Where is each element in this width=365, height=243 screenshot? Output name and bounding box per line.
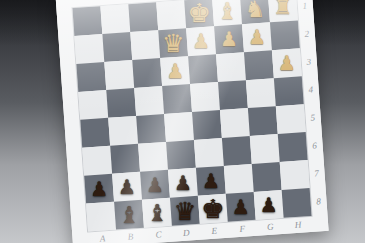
square-d8: ♛ [170, 196, 200, 226]
square-h5 [276, 104, 306, 134]
square-h8 [282, 188, 312, 218]
piece-dark-queen: ♛ [171, 197, 199, 225]
photo-stage: ♚♝♞♜♛♟♟♟♟♟♟♟♟♟♟♝♝♛♚♟♟ ABCDEFGH 12345678 [0, 0, 365, 243]
square-h4 [274, 76, 304, 106]
square-c6 [138, 142, 168, 172]
square-g3 [244, 50, 274, 80]
file-label-e: E [200, 224, 229, 238]
square-d4 [162, 84, 192, 114]
square-f5 [220, 108, 250, 138]
square-e4 [190, 82, 220, 112]
square-e5 [192, 110, 222, 140]
piece-light-pawn: ♟ [187, 27, 215, 55]
square-b5 [108, 116, 138, 146]
square-e1: ♚ [184, 0, 214, 28]
square-c4 [134, 86, 164, 116]
square-h6 [278, 132, 308, 162]
square-b3 [104, 60, 134, 90]
file-label-h: H [284, 218, 313, 232]
square-g5 [248, 106, 278, 136]
square-a4 [78, 90, 108, 120]
piece-light-pawn: ♟ [243, 23, 271, 51]
piece-light-king: ♚ [185, 0, 213, 27]
piece-dark-bishop: ♝ [115, 201, 143, 229]
file-label-b: B [116, 230, 145, 243]
square-f4 [218, 80, 248, 110]
chess-board: ♚♝♞♜♛♟♟♟♟♟♟♟♟♟♟♝♝♛♚♟♟ ABCDEFGH 12345678 [55, 0, 328, 243]
file-label-f: F [228, 222, 257, 236]
piece-light-pawn: ♟ [161, 57, 189, 85]
square-f2: ♟ [214, 24, 244, 54]
square-h7 [280, 160, 310, 190]
square-a2 [74, 34, 104, 64]
piece-light-rook: ♜ [269, 0, 297, 21]
square-a7: ♟ [84, 174, 114, 204]
square-f7 [224, 164, 254, 194]
piece-dark-pawn: ♟ [169, 169, 197, 197]
piece-light-pawn: ♟ [215, 25, 243, 53]
square-b4 [106, 88, 136, 118]
square-b7: ♟ [112, 172, 142, 202]
square-d1 [156, 0, 186, 30]
square-e6 [194, 138, 224, 168]
square-h2 [270, 20, 300, 50]
square-e3 [188, 54, 218, 84]
square-f6 [222, 136, 252, 166]
square-a1 [72, 6, 102, 36]
square-f1: ♝ [212, 0, 242, 26]
square-c1 [128, 2, 158, 32]
square-e8: ♚ [198, 194, 228, 224]
rank-label-2: 2 [300, 19, 314, 48]
rank-label-6: 6 [308, 131, 322, 160]
square-c5 [136, 114, 166, 144]
square-c3 [132, 58, 162, 88]
square-g7 [252, 162, 282, 192]
square-a3 [76, 62, 106, 92]
square-h3: ♟ [272, 48, 302, 78]
square-c8: ♝ [142, 198, 172, 228]
square-c7: ♟ [140, 170, 170, 200]
rank-label-1: 1 [298, 0, 312, 20]
piece-dark-king: ♚ [199, 195, 227, 223]
square-a5 [80, 118, 110, 148]
square-g2: ♟ [242, 22, 272, 52]
rank-label-5: 5 [306, 103, 320, 132]
piece-dark-bishop: ♝ [143, 199, 171, 227]
piece-light-knight: ♞ [241, 0, 269, 23]
square-b6 [110, 144, 140, 174]
rank-label-3: 3 [302, 47, 316, 76]
square-g1: ♞ [240, 0, 270, 24]
square-e2: ♟ [186, 26, 216, 56]
square-d3: ♟ [160, 56, 190, 86]
square-g8: ♟ [254, 190, 284, 220]
square-d2: ♛ [158, 28, 188, 58]
piece-dark-pawn: ♟ [141, 171, 169, 199]
piece-dark-pawn: ♟ [113, 173, 141, 201]
square-g6 [250, 134, 280, 164]
piece-dark-pawn: ♟ [227, 193, 255, 221]
piece-light-bishop: ♝ [213, 0, 241, 25]
square-h1: ♜ [268, 0, 298, 22]
piece-dark-pawn: ♟ [197, 167, 225, 195]
file-label-a: A [88, 232, 117, 243]
piece-light-queen: ♛ [159, 29, 187, 57]
square-g4 [246, 78, 276, 108]
file-label-g: G [256, 220, 285, 234]
file-label-c: C [144, 228, 173, 242]
rank-label-7: 7 [310, 159, 324, 188]
square-e7: ♟ [196, 166, 226, 196]
piece-light-pawn: ♟ [273, 49, 301, 77]
square-d5 [164, 112, 194, 142]
square-f3 [216, 52, 246, 82]
file-label-d: D [172, 226, 201, 240]
square-c2 [130, 30, 160, 60]
square-b8: ♝ [114, 200, 144, 230]
board-grid: ♚♝♞♜♛♟♟♟♟♟♟♟♟♟♟♝♝♛♚♟♟ [72, 0, 311, 232]
piece-dark-pawn: ♟ [85, 175, 113, 203]
square-d7: ♟ [168, 168, 198, 198]
square-b2 [102, 32, 132, 62]
square-b1 [100, 4, 130, 34]
square-a8 [86, 202, 116, 232]
piece-dark-pawn: ♟ [255, 191, 283, 219]
rank-label-8: 8 [312, 187, 326, 216]
board-wrap: ♚♝♞♜♛♟♟♟♟♟♟♟♟♟♟♝♝♛♚♟♟ ABCDEFGH 12345678 [55, 0, 328, 243]
square-d6 [166, 140, 196, 170]
square-f8: ♟ [226, 192, 256, 222]
rank-label-4: 4 [304, 75, 318, 104]
square-a6 [82, 146, 112, 176]
